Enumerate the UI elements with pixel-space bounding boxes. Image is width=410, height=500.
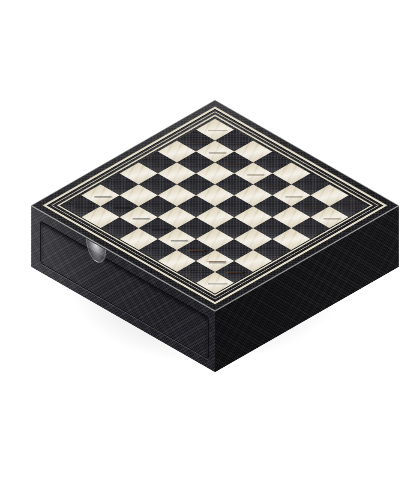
product-photo: ♜♜♟♟♞♞♟♟♝♝♟♟♛♛♟♟♚♚♟♟♝♝♟♟♟♟♞♞♜♜♟♟♟♟♜♜♞♞♟♟…: [0, 0, 410, 500]
pawn-glyph: ♟: [305, 189, 354, 221]
rook-glyph: ♜: [190, 249, 239, 287]
